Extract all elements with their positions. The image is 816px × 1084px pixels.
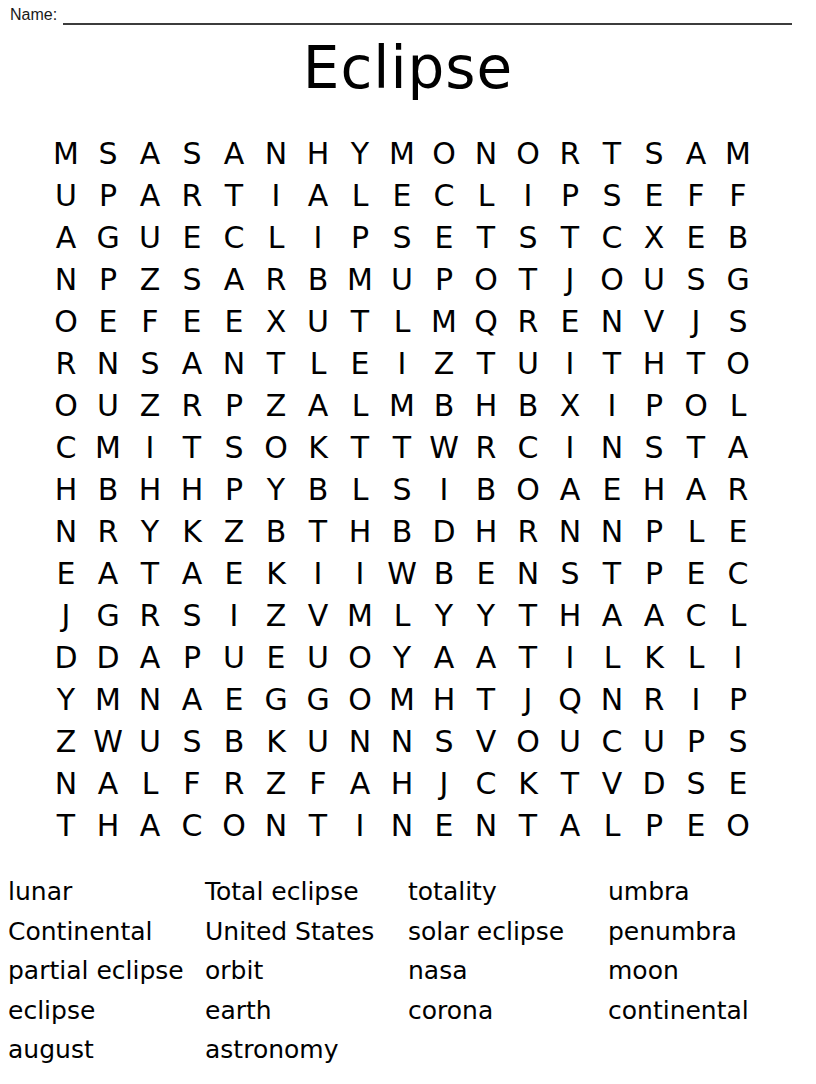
- word-list-column: lunarContinentalpartial eclipseeclipseau…: [8, 872, 184, 1070]
- grid-cell[interactable]: W: [381, 553, 423, 595]
- grid-cell[interactable]: H: [549, 595, 591, 637]
- grid-cell[interactable]: S: [129, 343, 171, 385]
- grid-cell[interactable]: H: [465, 511, 507, 553]
- grid-cell[interactable]: L: [339, 469, 381, 511]
- grid-cell[interactable]: G: [717, 259, 759, 301]
- grid-cell[interactable]: Z: [129, 259, 171, 301]
- grid-cell[interactable]: Q: [549, 679, 591, 721]
- grid-cell[interactable]: T: [591, 553, 633, 595]
- grid-cell[interactable]: T: [507, 637, 549, 679]
- grid-cell[interactable]: I: [549, 637, 591, 679]
- grid-cell[interactable]: A: [675, 469, 717, 511]
- grid-cell[interactable]: L: [339, 175, 381, 217]
- grid-cell[interactable]: S: [171, 721, 213, 763]
- grid-cell[interactable]: A: [45, 217, 87, 259]
- grid-cell[interactable]: U: [507, 343, 549, 385]
- grid-cell[interactable]: S: [591, 175, 633, 217]
- word-list-item: Continental: [8, 912, 184, 952]
- grid-cell[interactable]: Y: [129, 511, 171, 553]
- grid-cell[interactable]: C: [213, 217, 255, 259]
- grid-cell[interactable]: E: [423, 805, 465, 847]
- grid-cell[interactable]: G: [297, 679, 339, 721]
- grid-cell[interactable]: N: [465, 133, 507, 175]
- grid-cell[interactable]: P: [549, 175, 591, 217]
- grid-cell[interactable]: Z: [129, 385, 171, 427]
- grid-cell[interactable]: L: [339, 385, 381, 427]
- grid-cell[interactable]: B: [87, 469, 129, 511]
- grid-cell[interactable]: O: [507, 133, 549, 175]
- grid-cell[interactable]: E: [87, 301, 129, 343]
- grid-cell[interactable]: E: [675, 217, 717, 259]
- grid-cell[interactable]: O: [45, 301, 87, 343]
- grid-cell[interactable]: V: [591, 763, 633, 805]
- grid-cell[interactable]: R: [549, 133, 591, 175]
- grid-cell[interactable]: T: [339, 427, 381, 469]
- grid-cell[interactable]: B: [381, 511, 423, 553]
- grid-cell[interactable]: L: [255, 217, 297, 259]
- grid-cell[interactable]: E: [465, 553, 507, 595]
- grid-cell[interactable]: E: [171, 301, 213, 343]
- grid-cell[interactable]: S: [381, 217, 423, 259]
- grid-cell[interactable]: H: [423, 679, 465, 721]
- grid-cell[interactable]: L: [717, 595, 759, 637]
- grid-cell[interactable]: H: [339, 511, 381, 553]
- grid-cell[interactable]: Y: [381, 637, 423, 679]
- grid-cell[interactable]: R: [171, 175, 213, 217]
- grid-cell[interactable]: E: [339, 343, 381, 385]
- grid-cell[interactable]: M: [717, 133, 759, 175]
- grid-cell[interactable]: U: [633, 721, 675, 763]
- grid-cell[interactable]: N: [213, 343, 255, 385]
- grid-cell[interactable]: A: [213, 133, 255, 175]
- grid-cell[interactable]: C: [591, 217, 633, 259]
- grid-cell[interactable]: P: [339, 217, 381, 259]
- grid-cell[interactable]: O: [717, 343, 759, 385]
- grid-cell[interactable]: F: [675, 175, 717, 217]
- grid-cell[interactable]: I: [549, 343, 591, 385]
- grid-cell[interactable]: M: [45, 133, 87, 175]
- grid-cell[interactable]: A: [465, 637, 507, 679]
- word-list-item: orbit: [205, 951, 374, 991]
- grid-cell[interactable]: U: [87, 385, 129, 427]
- grid-cell[interactable]: L: [465, 175, 507, 217]
- grid-cell[interactable]: I: [339, 805, 381, 847]
- grid-cell[interactable]: D: [87, 637, 129, 679]
- grid-cell[interactable]: O: [339, 679, 381, 721]
- grid-cell[interactable]: O: [717, 805, 759, 847]
- grid-cell[interactable]: P: [717, 679, 759, 721]
- grid-cell[interactable]: A: [171, 343, 213, 385]
- grid-cell[interactable]: R: [87, 511, 129, 553]
- grid-cell[interactable]: Y: [255, 469, 297, 511]
- grid-cell[interactable]: A: [675, 133, 717, 175]
- grid-cell[interactable]: N: [591, 511, 633, 553]
- grid-cell[interactable]: M: [381, 133, 423, 175]
- grid-cell[interactable]: A: [549, 805, 591, 847]
- grid-cell[interactable]: I: [339, 553, 381, 595]
- grid-cell[interactable]: T: [297, 511, 339, 553]
- grid-cell[interactable]: R: [45, 343, 87, 385]
- grid-cell[interactable]: V: [465, 721, 507, 763]
- grid-cell[interactable]: T: [591, 343, 633, 385]
- grid-cell[interactable]: I: [423, 469, 465, 511]
- grid-cell[interactable]: C: [507, 427, 549, 469]
- grid-cell[interactable]: F: [297, 763, 339, 805]
- grid-cell[interactable]: E: [423, 217, 465, 259]
- grid-cell[interactable]: Z: [255, 385, 297, 427]
- grid-cell[interactable]: W: [423, 427, 465, 469]
- grid-cell[interactable]: O: [45, 385, 87, 427]
- grid-cell[interactable]: P: [633, 511, 675, 553]
- grid-cell[interactable]: E: [213, 301, 255, 343]
- grid-cell[interactable]: L: [717, 385, 759, 427]
- grid-cell[interactable]: J: [423, 763, 465, 805]
- grid-cell[interactable]: L: [381, 595, 423, 637]
- grid-cell[interactable]: N: [45, 511, 87, 553]
- grid-cell[interactable]: T: [171, 427, 213, 469]
- grid-cell[interactable]: B: [465, 469, 507, 511]
- grid-cell[interactable]: V: [633, 301, 675, 343]
- grid-cell[interactable]: U: [129, 217, 171, 259]
- grid-cell[interactable]: R: [507, 301, 549, 343]
- grid-cell[interactable]: A: [297, 175, 339, 217]
- grid-cell[interactable]: B: [423, 385, 465, 427]
- grid-cell[interactable]: R: [129, 595, 171, 637]
- grid-cell[interactable]: N: [381, 721, 423, 763]
- grid-cell[interactable]: P: [675, 721, 717, 763]
- grid-cell[interactable]: M: [339, 595, 381, 637]
- grid-cell[interactable]: N: [591, 427, 633, 469]
- grid-cell[interactable]: E: [717, 763, 759, 805]
- grid-cell[interactable]: N: [255, 805, 297, 847]
- grid-cell[interactable]: E: [255, 637, 297, 679]
- grid-cell[interactable]: I: [129, 427, 171, 469]
- grid-cell[interactable]: Q: [465, 301, 507, 343]
- grid-cell[interactable]: C: [45, 427, 87, 469]
- grid-cell[interactable]: K: [633, 637, 675, 679]
- grid-cell[interactable]: T: [465, 679, 507, 721]
- grid-cell[interactable]: S: [675, 259, 717, 301]
- grid-cell[interactable]: E: [675, 553, 717, 595]
- grid-cell[interactable]: R: [507, 511, 549, 553]
- grid-cell[interactable]: B: [717, 217, 759, 259]
- grid-cell[interactable]: M: [381, 679, 423, 721]
- grid-cell[interactable]: N: [339, 721, 381, 763]
- word-list-item: eclipse: [8, 991, 184, 1031]
- grid-cell[interactable]: U: [213, 637, 255, 679]
- grid-cell[interactable]: F: [129, 301, 171, 343]
- grid-cell[interactable]: C: [591, 721, 633, 763]
- grid-cell[interactable]: P: [87, 259, 129, 301]
- grid-cell[interactable]: G: [87, 595, 129, 637]
- grid-cell[interactable]: S: [213, 427, 255, 469]
- name-input-line[interactable]: [63, 6, 792, 25]
- grid-cell[interactable]: H: [45, 469, 87, 511]
- grid-cell[interactable]: S: [633, 133, 675, 175]
- grid-cell[interactable]: Y: [465, 595, 507, 637]
- grid-cell[interactable]: Y: [339, 133, 381, 175]
- grid-cell[interactable]: L: [591, 637, 633, 679]
- grid-cell[interactable]: A: [633, 595, 675, 637]
- grid-cell[interactable]: A: [129, 637, 171, 679]
- grid-cell[interactable]: N: [591, 679, 633, 721]
- grid-cell[interactable]: P: [87, 175, 129, 217]
- grid-cell[interactable]: M: [87, 679, 129, 721]
- grid-cell[interactable]: J: [507, 679, 549, 721]
- grid-cell[interactable]: K: [297, 427, 339, 469]
- grid-cell[interactable]: E: [549, 301, 591, 343]
- grid-cell[interactable]: S: [87, 133, 129, 175]
- grid-cell[interactable]: Y: [423, 595, 465, 637]
- grid-cell[interactable]: Z: [255, 595, 297, 637]
- grid-cell[interactable]: C: [675, 595, 717, 637]
- grid-cell[interactable]: U: [45, 175, 87, 217]
- grid-cell[interactable]: I: [675, 679, 717, 721]
- grid-cell[interactable]: X: [633, 217, 675, 259]
- grid-cell[interactable]: B: [507, 385, 549, 427]
- grid-cell[interactable]: P: [423, 259, 465, 301]
- word-list-item: Total eclipse: [205, 872, 374, 912]
- grid-cell[interactable]: C: [171, 805, 213, 847]
- grid-cell[interactable]: C: [423, 175, 465, 217]
- grid-cell[interactable]: F: [171, 763, 213, 805]
- grid-cell[interactable]: H: [381, 763, 423, 805]
- grid-cell[interactable]: E: [171, 217, 213, 259]
- grid-cell[interactable]: A: [423, 637, 465, 679]
- grid-cell[interactable]: R: [717, 469, 759, 511]
- grid-cell[interactable]: K: [171, 511, 213, 553]
- grid-cell[interactable]: L: [675, 637, 717, 679]
- grid-cell[interactable]: A: [87, 763, 129, 805]
- grid-cell[interactable]: N: [507, 553, 549, 595]
- grid-cell[interactable]: I: [213, 595, 255, 637]
- grid-cell[interactable]: P: [633, 805, 675, 847]
- grid-cell[interactable]: S: [507, 217, 549, 259]
- word-list-item: earth: [205, 991, 374, 1031]
- grid-cell[interactable]: U: [297, 721, 339, 763]
- grid-cell[interactable]: C: [717, 553, 759, 595]
- grid-cell[interactable]: R: [465, 427, 507, 469]
- grid-cell[interactable]: H: [297, 133, 339, 175]
- grid-cell[interactable]: O: [675, 385, 717, 427]
- grid-cell[interactable]: K: [255, 721, 297, 763]
- grid-cell[interactable]: A: [129, 805, 171, 847]
- grid-cell[interactable]: S: [171, 259, 213, 301]
- grid-cell[interactable]: H: [171, 469, 213, 511]
- grid-cell[interactable]: R: [171, 385, 213, 427]
- grid-cell[interactable]: Z: [423, 343, 465, 385]
- grid-cell[interactable]: O: [423, 133, 465, 175]
- grid-cell[interactable]: R: [213, 763, 255, 805]
- grid-cell[interactable]: M: [423, 301, 465, 343]
- grid-cell[interactable]: A: [171, 679, 213, 721]
- grid-cell[interactable]: U: [129, 721, 171, 763]
- grid-cell[interactable]: B: [213, 721, 255, 763]
- grid-cell[interactable]: T: [213, 175, 255, 217]
- word-list-item: corona: [408, 991, 564, 1031]
- grid-cell[interactable]: T: [297, 805, 339, 847]
- grid-cell[interactable]: G: [255, 679, 297, 721]
- grid-cell[interactable]: Z: [45, 721, 87, 763]
- grid-cell[interactable]: B: [297, 259, 339, 301]
- grid-cell[interactable]: I: [591, 385, 633, 427]
- grid-cell[interactable]: E: [675, 805, 717, 847]
- grid-cell[interactable]: H: [87, 805, 129, 847]
- grid-cell[interactable]: G: [87, 217, 129, 259]
- grid-cell[interactable]: S: [171, 595, 213, 637]
- grid-cell[interactable]: J: [45, 595, 87, 637]
- grid-cell[interactable]: A: [129, 175, 171, 217]
- name-label: Name:: [10, 5, 57, 25]
- grid-cell[interactable]: U: [297, 637, 339, 679]
- grid-cell[interactable]: R: [633, 679, 675, 721]
- grid-cell[interactable]: S: [717, 721, 759, 763]
- grid-cell[interactable]: Z: [255, 763, 297, 805]
- grid-cell[interactable]: D: [633, 763, 675, 805]
- grid-cell[interactable]: B: [255, 511, 297, 553]
- grid-cell[interactable]: O: [591, 259, 633, 301]
- grid-cell[interactable]: P: [633, 385, 675, 427]
- grid-cell[interactable]: J: [675, 301, 717, 343]
- grid-cell[interactable]: O: [507, 721, 549, 763]
- grid-cell[interactable]: I: [297, 553, 339, 595]
- grid-cell[interactable]: N: [255, 133, 297, 175]
- grid-cell[interactable]: I: [381, 343, 423, 385]
- grid-cell[interactable]: I: [507, 175, 549, 217]
- grid-cell[interactable]: N: [87, 343, 129, 385]
- grid-cell[interactable]: N: [591, 301, 633, 343]
- grid-cell[interactable]: S: [549, 553, 591, 595]
- grid-cell[interactable]: I: [255, 175, 297, 217]
- grid-cell[interactable]: R: [255, 259, 297, 301]
- grid-cell[interactable]: I: [549, 427, 591, 469]
- grid-cell[interactable]: H: [633, 343, 675, 385]
- grid-cell[interactable]: T: [675, 427, 717, 469]
- grid-cell[interactable]: A: [339, 763, 381, 805]
- grid-cell[interactable]: P: [633, 553, 675, 595]
- grid-cell[interactable]: A: [213, 259, 255, 301]
- grid-cell[interactable]: S: [171, 133, 213, 175]
- grid-cell[interactable]: A: [129, 133, 171, 175]
- grid-cell[interactable]: W: [87, 721, 129, 763]
- grid-cell[interactable]: S: [633, 427, 675, 469]
- grid-cell[interactable]: A: [87, 553, 129, 595]
- grid-cell[interactable]: K: [255, 553, 297, 595]
- grid-cell[interactable]: H: [465, 385, 507, 427]
- word-list-item: astronomy: [205, 1030, 374, 1070]
- grid-cell[interactable]: O: [507, 469, 549, 511]
- grid-cell[interactable]: J: [549, 259, 591, 301]
- grid-cell[interactable]: U: [297, 301, 339, 343]
- grid-cell[interactable]: T: [507, 259, 549, 301]
- grid-cell[interactable]: T: [507, 595, 549, 637]
- grid-cell[interactable]: O: [465, 259, 507, 301]
- grid-cell[interactable]: S: [675, 763, 717, 805]
- grid-cell[interactable]: A: [297, 385, 339, 427]
- grid-cell[interactable]: D: [423, 511, 465, 553]
- grid-cell[interactable]: O: [339, 637, 381, 679]
- grid-cell[interactable]: T: [465, 217, 507, 259]
- grid-cell[interactable]: N: [45, 259, 87, 301]
- grid-cell[interactable]: E: [633, 175, 675, 217]
- grid-cell[interactable]: T: [507, 805, 549, 847]
- grid-cell[interactable]: O: [213, 805, 255, 847]
- grid-cell[interactable]: P: [213, 385, 255, 427]
- grid-cell[interactable]: E: [45, 553, 87, 595]
- grid-cell[interactable]: N: [129, 679, 171, 721]
- grid-cell[interactable]: O: [255, 427, 297, 469]
- grid-cell[interactable]: T: [591, 133, 633, 175]
- grid-cell[interactable]: N: [45, 763, 87, 805]
- grid-cell[interactable]: T: [339, 301, 381, 343]
- grid-cell[interactable]: S: [717, 301, 759, 343]
- grid-cell[interactable]: A: [717, 427, 759, 469]
- grid-cell[interactable]: S: [423, 721, 465, 763]
- grid-cell[interactable]: H: [633, 469, 675, 511]
- word-list-item: moon: [608, 951, 749, 991]
- grid-cell[interactable]: X: [549, 385, 591, 427]
- grid-cell[interactable]: T: [675, 343, 717, 385]
- grid-cell[interactable]: E: [213, 679, 255, 721]
- grid-cell[interactable]: U: [381, 259, 423, 301]
- grid-cell[interactable]: E: [717, 511, 759, 553]
- grid-cell[interactable]: E: [591, 469, 633, 511]
- grid-cell[interactable]: E: [381, 175, 423, 217]
- grid-cell[interactable]: X: [255, 301, 297, 343]
- grid-cell[interactable]: L: [675, 511, 717, 553]
- grid-cell[interactable]: P: [213, 469, 255, 511]
- grid-cell[interactable]: M: [339, 259, 381, 301]
- grid-cell[interactable]: T: [549, 763, 591, 805]
- grid-cell[interactable]: T: [255, 343, 297, 385]
- grid-cell[interactable]: I: [717, 637, 759, 679]
- grid-cell[interactable]: P: [171, 637, 213, 679]
- grid-cell[interactable]: N: [549, 511, 591, 553]
- grid-cell[interactable]: Y: [45, 679, 87, 721]
- grid-cell[interactable]: A: [591, 595, 633, 637]
- grid-cell[interactable]: L: [297, 343, 339, 385]
- grid-cell[interactable]: Z: [213, 511, 255, 553]
- grid-cell[interactable]: N: [381, 805, 423, 847]
- grid-cell[interactable]: K: [507, 763, 549, 805]
- grid-cell[interactable]: L: [591, 805, 633, 847]
- grid-cell[interactable]: L: [129, 763, 171, 805]
- grid-cell[interactable]: C: [465, 763, 507, 805]
- grid-cell[interactable]: M: [381, 385, 423, 427]
- grid-cell[interactable]: S: [381, 469, 423, 511]
- grid-cell[interactable]: I: [297, 217, 339, 259]
- grid-cell[interactable]: B: [297, 469, 339, 511]
- grid-cell[interactable]: A: [549, 469, 591, 511]
- grid-cell[interactable]: F: [717, 175, 759, 217]
- grid-cell[interactable]: U: [633, 259, 675, 301]
- grid-cell[interactable]: A: [171, 553, 213, 595]
- grid-cell[interactable]: U: [549, 721, 591, 763]
- grid-cell[interactable]: N: [465, 805, 507, 847]
- grid-cell[interactable]: V: [297, 595, 339, 637]
- grid-cell[interactable]: D: [45, 637, 87, 679]
- grid-cell[interactable]: E: [213, 553, 255, 595]
- grid-cell[interactable]: T: [465, 343, 507, 385]
- grid-cell[interactable]: H: [129, 469, 171, 511]
- grid-cell[interactable]: T: [45, 805, 87, 847]
- grid-cell[interactable]: M: [87, 427, 129, 469]
- grid-cell[interactable]: L: [381, 301, 423, 343]
- grid-cell[interactable]: T: [381, 427, 423, 469]
- grid-cell[interactable]: B: [423, 553, 465, 595]
- grid-cell[interactable]: T: [549, 217, 591, 259]
- grid-cell[interactable]: T: [129, 553, 171, 595]
